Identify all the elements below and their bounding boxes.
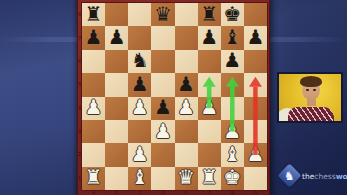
logo-text-world: world (336, 172, 347, 181)
piece-p-f7: ♟ (200, 27, 218, 47)
presenter-eyes (306, 89, 309, 91)
square-g4 (221, 97, 244, 120)
piece-p-a7: ♟ (85, 27, 103, 47)
square-h4 (244, 97, 267, 120)
piece-k-g8: ♚ (223, 4, 241, 24)
square-b2 (105, 143, 128, 166)
piece-Q-e1: ♛ (177, 167, 195, 187)
square-g5 (221, 73, 244, 96)
square-e3 (175, 120, 198, 143)
presenter-neck (307, 99, 316, 106)
piece-p-e5: ♟ (177, 74, 195, 94)
presenter-hair (300, 76, 322, 87)
square-a2 (82, 143, 105, 166)
piece-P-c4: ♟ (131, 97, 149, 117)
square-a4: ♟ (82, 97, 105, 120)
square-d1 (151, 167, 174, 190)
square-h5 (244, 73, 267, 96)
piece-B-c1: ♝ (131, 167, 149, 187)
square-b3 (105, 120, 128, 143)
square-a6 (82, 50, 105, 73)
square-e2 (175, 143, 198, 166)
square-a7: ♟ (82, 26, 105, 49)
piece-p-c5: ♟ (131, 74, 149, 94)
square-d4: ♟ (151, 97, 174, 120)
square-d6 (151, 50, 174, 73)
square-a8: ♜ (82, 3, 105, 26)
square-g8: ♚ (221, 3, 244, 26)
square-h1 (244, 167, 267, 190)
logo-text-chess: chess (314, 172, 335, 181)
square-g7: ♝ (221, 26, 244, 49)
square-c5: ♟ (128, 73, 151, 96)
square-h8 (244, 3, 267, 26)
square-g3: ♟ (221, 120, 244, 143)
square-h2: ♟ (244, 143, 267, 166)
square-c7 (128, 26, 151, 49)
piece-B-g2: ♝ (223, 144, 241, 164)
square-d8: ♛ (151, 3, 174, 26)
square-g6: ♟ (221, 50, 244, 73)
piece-p-b7: ♟ (108, 27, 126, 47)
square-g2: ♝ (221, 143, 244, 166)
piece-r-a8: ♜ (85, 4, 103, 24)
piece-P-d3: ♟ (154, 121, 172, 141)
square-h3 (244, 120, 267, 143)
piece-R-f1: ♜ (200, 167, 218, 187)
square-d3: ♟ (151, 120, 174, 143)
square-f6 (198, 50, 221, 73)
square-e6 (175, 50, 198, 73)
piece-r-f8: ♜ (200, 4, 218, 24)
piece-P-e4: ♟ (177, 97, 195, 117)
square-c6: ♞ (128, 50, 151, 73)
square-h6 (244, 50, 267, 73)
chess-board-frame: 87654321 ♜♛♜♚♟♟♟♝♟♞♟♟♟♟♟♟♟♟♟♟♟♝♟♜♝♛♜♚ ab… (77, 0, 270, 195)
square-f4: ♟ (198, 97, 221, 120)
logo-text-the: the (302, 172, 314, 181)
knight-logo-icon: ♞ (284, 169, 295, 181)
piece-p-d4: ♟ (154, 97, 172, 117)
square-e1: ♛ (175, 167, 198, 190)
square-g1: ♚ (221, 167, 244, 190)
piece-b-g7: ♝ (223, 27, 241, 47)
square-b8 (105, 3, 128, 26)
presenter-torso (288, 107, 334, 122)
square-e8 (175, 3, 198, 26)
piece-p-h7: ♟ (246, 27, 264, 47)
square-b7: ♟ (105, 26, 128, 49)
square-a3 (82, 120, 105, 143)
chess-board: ♜♛♜♚♟♟♟♝♟♞♟♟♟♟♟♟♟♟♟♟♟♝♟♜♝♛♜♚ (82, 3, 267, 190)
square-f7: ♟ (198, 26, 221, 49)
piece-p-g6: ♟ (223, 50, 241, 70)
piece-q-d8: ♛ (154, 4, 172, 24)
square-f1: ♜ (198, 167, 221, 190)
piece-P-c2: ♟ (131, 144, 149, 164)
video-frame: 87654321 ♜♛♜♚♟♟♟♝♟♞♟♟♟♟♟♟♟♟♟♟♟♝♟♜♝♛♜♚ ab… (0, 0, 347, 195)
square-f2 (198, 143, 221, 166)
square-c4: ♟ (128, 97, 151, 120)
square-c1: ♝ (128, 167, 151, 190)
webcam-overlay (277, 72, 343, 123)
logo-diamond: ♞ (277, 163, 301, 187)
square-b1 (105, 167, 128, 190)
square-c3 (128, 120, 151, 143)
square-a5 (82, 73, 105, 96)
piece-P-a4: ♟ (85, 97, 103, 117)
square-h7: ♟ (244, 26, 267, 49)
piece-K-g1: ♚ (223, 167, 241, 187)
square-d7 (151, 26, 174, 49)
file-coordinates: abcdefgh (82, 190, 267, 195)
piece-R-a1: ♜ (85, 167, 103, 187)
square-f5 (198, 73, 221, 96)
piece-P-g3: ♟ (223, 121, 241, 141)
square-e5: ♟ (175, 73, 198, 96)
square-b4 (105, 97, 128, 120)
piece-P-f4: ♟ (200, 97, 218, 117)
square-c8 (128, 3, 151, 26)
square-d5 (151, 73, 174, 96)
square-b5 (105, 73, 128, 96)
square-c2: ♟ (128, 143, 151, 166)
piece-n-c6: ♞ (131, 50, 149, 70)
logo-text: thechessworld (302, 172, 347, 181)
square-b6 (105, 50, 128, 73)
square-a1: ♜ (82, 167, 105, 190)
square-e4: ♟ (175, 97, 198, 120)
square-f8: ♜ (198, 3, 221, 26)
piece-P-h2: ♟ (246, 144, 264, 164)
square-d2 (151, 143, 174, 166)
square-e7 (175, 26, 198, 49)
square-f3 (198, 120, 221, 143)
thechessworld-logo: ♞ thechessworld (279, 164, 347, 184)
